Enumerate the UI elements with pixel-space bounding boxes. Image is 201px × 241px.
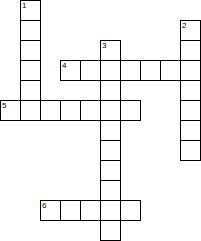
cell-r3-c3[interactable]: 4 [60, 60, 81, 81]
clue-number-6: 6 [42, 201, 46, 210]
cell-r3-c9[interactable] [180, 60, 201, 81]
clue-number-3: 3 [102, 41, 106, 50]
clue-number-5: 5 [2, 101, 6, 110]
cell-r2-c1[interactable] [20, 40, 41, 61]
cell-r7-c9[interactable] [180, 140, 201, 161]
cell-r5-c1[interactable] [20, 100, 41, 121]
cell-r3-c7[interactable] [140, 60, 161, 81]
cell-r3-c6[interactable] [120, 60, 141, 81]
crossword-grid: 123456 [0, 0, 200, 240]
cell-r11-c5[interactable] [100, 220, 121, 241]
cell-r10-c2[interactable]: 6 [40, 200, 61, 221]
cell-r1-c9[interactable]: 2 [180, 20, 201, 41]
cell-r2-c5[interactable]: 3 [100, 40, 121, 61]
cell-r5-c5[interactable] [100, 100, 121, 121]
crossword-puzzle: 123456 [0, 0, 201, 241]
cell-r5-c3[interactable] [60, 100, 81, 121]
cell-r5-c4[interactable] [80, 100, 101, 121]
clue-number-2: 2 [182, 21, 186, 30]
cell-r3-c4[interactable] [80, 60, 101, 81]
cell-r3-c8[interactable] [160, 60, 181, 81]
cell-r7-c5[interactable] [100, 140, 121, 161]
clue-number-1: 1 [22, 1, 26, 10]
cell-r4-c9[interactable] [180, 80, 201, 101]
cell-r4-c5[interactable] [100, 80, 121, 101]
cell-r5-c9[interactable] [180, 100, 201, 121]
cell-r4-c1[interactable] [20, 80, 41, 101]
cell-r8-c5[interactable] [100, 160, 121, 181]
cell-r6-c9[interactable] [180, 120, 201, 141]
cell-r10-c6[interactable] [120, 200, 141, 221]
cell-r3-c5[interactable] [100, 60, 121, 81]
cell-r10-c5[interactable] [100, 200, 121, 221]
cell-r0-c1[interactable]: 1 [20, 0, 41, 21]
cell-r5-c0[interactable]: 5 [0, 100, 21, 121]
cell-r10-c3[interactable] [60, 200, 81, 221]
clue-number-4: 4 [62, 61, 66, 70]
cell-r5-c2[interactable] [40, 100, 61, 121]
cell-r9-c5[interactable] [100, 180, 121, 201]
cell-r1-c1[interactable] [20, 20, 41, 41]
cell-r10-c4[interactable] [80, 200, 101, 221]
cell-r5-c6[interactable] [120, 100, 141, 121]
cell-r2-c9[interactable] [180, 40, 201, 61]
cell-r3-c1[interactable] [20, 60, 41, 81]
cell-r6-c5[interactable] [100, 120, 121, 141]
